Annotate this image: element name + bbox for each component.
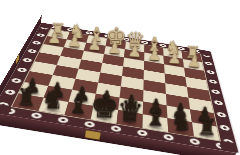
square-d7: ♟ xyxy=(118,98,143,114)
piece-shadow xyxy=(120,119,140,128)
photo-canvas: ♜♞♝♚♛♝♞♜♟♟♟♟♟♟♟♟♟♟♟♟♟♟♟♟♜♞♝♚♛♝♞♜ xyxy=(0,0,240,155)
square-h6 xyxy=(25,71,53,86)
square-b3 xyxy=(164,64,185,77)
brass-hinge xyxy=(85,130,101,139)
piece-shadow xyxy=(68,110,89,118)
brass-latch xyxy=(16,54,19,64)
chess-board: ♜♞♝♚♛♝♞♜♟♟♟♟♟♟♟♟♟♟♟♟♟♟♟♟♜♞♝♚♛♝♞♜ xyxy=(0,23,239,154)
square-f8: ♝ xyxy=(65,102,94,120)
